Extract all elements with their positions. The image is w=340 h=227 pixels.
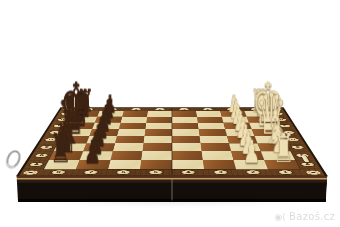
square-e4[interactable]: [172, 129, 200, 136]
corner-rosette-icon: [305, 170, 322, 174]
coordinate-medallion-front: 6: [116, 170, 130, 174]
bazos-logo-icon: ◉(: [274, 212, 286, 222]
square-e5[interactable]: [144, 129, 172, 136]
square-a7[interactable]: ♟: [76, 160, 111, 169]
coordinate-medallion-front: 4: [182, 170, 195, 174]
board-shadow: [34, 197, 310, 206]
coordinate-medallion-left: B: [34, 154, 48, 157]
board-top: 87654321 87654321 HGFEDCBA HGFEDCBA ♜♟♟♜…: [16, 107, 328, 176]
square-c3[interactable]: [201, 143, 232, 151]
square-c5[interactable]: [142, 143, 172, 151]
square-b3[interactable]: [202, 151, 234, 160]
coordinate-medallion-front: 5: [149, 170, 162, 174]
square-e3[interactable]: [199, 129, 227, 136]
square-c4[interactable]: [172, 143, 202, 151]
coordinate-medallion-front: 1: [278, 170, 293, 174]
fold-seam: [171, 108, 173, 175]
chess-board: 87654321 87654321 HGFEDCBA HGFEDCBA ♜♟♟♜…: [16, 107, 328, 176]
corner-rosette-icon: [22, 170, 39, 174]
square-d5[interactable]: [143, 136, 172, 143]
coordinate-medallion-front: 8: [51, 170, 66, 174]
square-a3[interactable]: [203, 160, 236, 169]
perspective-scale: 87654321 87654321 HGFEDCBA HGFEDCBA ♜♟♟♜…: [54, 42, 288, 198]
white-pawn-a2[interactable]: ♟: [243, 136, 260, 168]
clasp-icon: [4, 148, 23, 170]
square-d3[interactable]: [200, 136, 230, 143]
product-photo: 87654321 87654321 HGFEDCBA HGFEDCBA ♜♟♟♜…: [0, 0, 340, 227]
square-e6[interactable]: [117, 129, 145, 136]
black-pawn-a7[interactable]: ♟: [84, 136, 101, 168]
coordinate-medallion-back: 4: [179, 108, 189, 110]
coordinate-medallion-left: A: [29, 163, 44, 167]
square-a4[interactable]: [172, 160, 204, 169]
coordinate-medallion-front: 7: [84, 170, 98, 174]
coordinate-medallion-back: 6: [131, 108, 141, 110]
square-b4[interactable]: [172, 151, 203, 160]
coordinate-medallion-front: 2: [246, 170, 260, 174]
watermark-text: Bazoš.cz: [289, 211, 335, 222]
watermark: ◉( Bazoš.cz: [274, 211, 335, 222]
white-rook-a1[interactable]: ♜: [273, 128, 294, 168]
square-a2[interactable]: ♟: [234, 160, 269, 169]
square-a6[interactable]: [108, 160, 141, 169]
square-d4[interactable]: [172, 136, 201, 143]
square-a1[interactable]: ♜: [264, 160, 300, 169]
coordinate-medallion-front: 3: [214, 170, 228, 174]
black-rook-a8[interactable]: ♜: [50, 128, 71, 168]
coordinate-medallion-back: 5: [155, 108, 165, 110]
square-b6[interactable]: [110, 151, 142, 160]
square-b5[interactable]: [141, 151, 172, 160]
coordinate-medallion-right: A: [300, 163, 315, 167]
coordinate-medallion-back: 3: [203, 108, 213, 110]
square-c6[interactable]: [113, 143, 144, 151]
square-a8[interactable]: ♜: [44, 160, 80, 169]
square-a5[interactable]: [140, 160, 172, 169]
square-d6[interactable]: [115, 136, 145, 143]
